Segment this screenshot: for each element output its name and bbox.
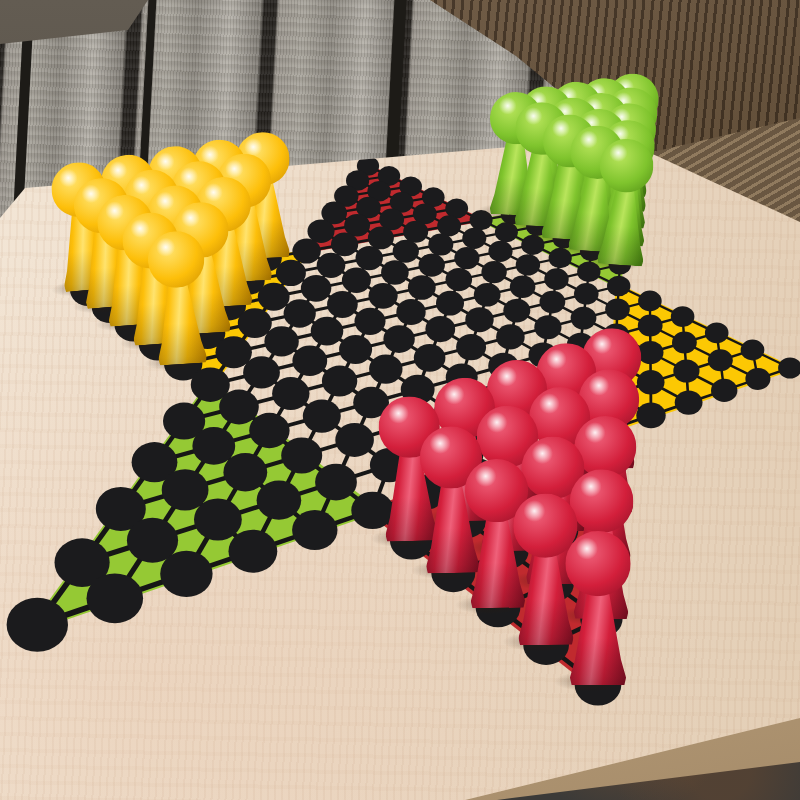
pawn-head — [146, 229, 206, 289]
pieces-layer — [0, 0, 800, 800]
pawn-green[interactable] — [589, 137, 658, 267]
pawn-red[interactable] — [561, 531, 636, 685]
pawn-head — [598, 137, 655, 194]
pawn-yellow[interactable] — [142, 229, 215, 366]
pawn-head — [565, 531, 630, 596]
photo-chinese-checkers-board — [0, 0, 800, 800]
